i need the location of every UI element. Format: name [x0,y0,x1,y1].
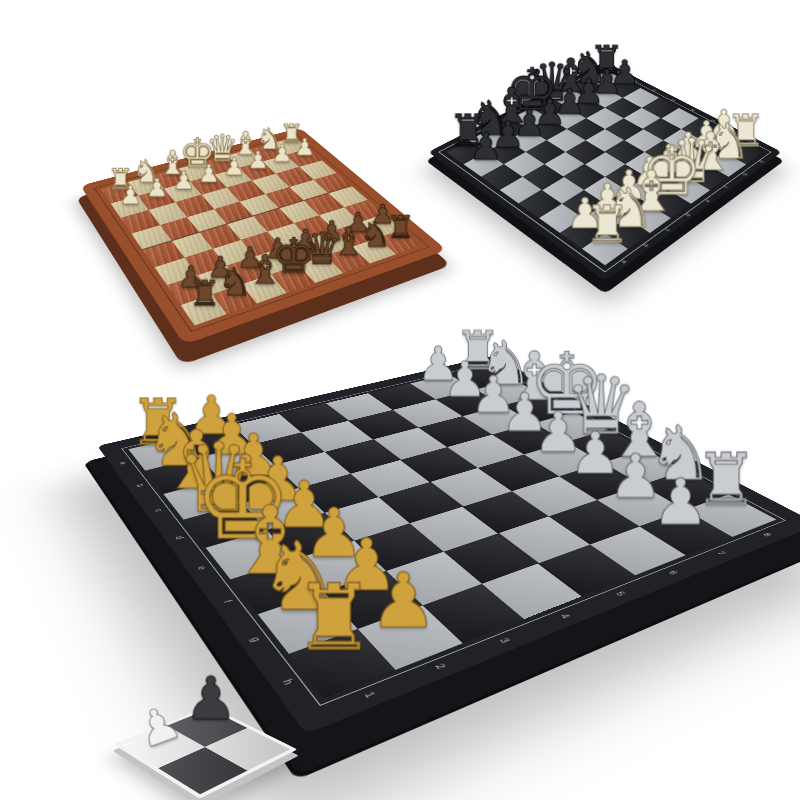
piece-silver-rook: ♜ [454,325,502,378]
square-r2c5 [512,476,597,516]
large-board-gold-vs-silver: ♜♞♝♚♛♝♞♜♟♟♟♟♟♟♟♟♟♟♟♟♟♟♟♟♜♞♝♛♚♝♞♜abcdefgh… [97,356,800,734]
piece-cream-rook: ♜ [280,121,304,147]
black-board-black-vs-ivory: ♜♞♝♚♛♝♞♜♟♟♟♟♟♟♟♟♟♟♟♟♟♟♟♟♜♞♝♚♛♝♞♜abcdefgh… [428,62,782,282]
piece-black-bishop: ♝ [489,81,533,130]
square-r6c4: ♟ [282,239,325,265]
piece-cream-queen: ♛ [206,130,239,166]
piece-silver-queen: ♛ [565,365,638,447]
piece-silver-bishop: ♝ [605,392,673,468]
folding-board-frame: ♟♟ [114,706,298,799]
piece-silver-pawn: ♟ [417,340,459,387]
folding-board-frame: ♜♞♝♚♛♝♞♜♟♟♟♟♟♟♟♟♟♟♟♟♟♟♟♟♜♞♝♚♛♝♞♜abcdefgh… [428,62,782,282]
piece-black-rook: ♜ [448,109,488,153]
square-r4c3 [227,216,268,240]
square-r6c5: ♟ [666,152,706,177]
squares-grid: ♜♞♝♚♛♝♞♜♟♟♟♟♟♟♟♟♟♟♟♟♟♟♟♟♜♞♝♚♛♝♞♜ [101,137,421,325]
magnet-demo-tile: ♟♟ [114,706,298,799]
piece-cream-rook: ♜ [107,165,133,194]
squares-grid: ♜♞♝♚♛♝♞♜♟♟♟♟♟♟♟♟♟♟♟♟♟♟♟♟♜♞♝♚♛♝♞♜ [447,70,764,266]
square-r4c5 [624,129,663,152]
squares-grid: ♜♞♝♚♛♝♞♜♟♟♟♟♟♟♟♟♟♟♟♟♟♟♟♟♜♞♝♛♚♝♞♜ [128,366,776,699]
piece-black-king: ♚ [506,61,559,120]
folding-board-frame: ♜♞♝♚♛♝♞♜♟♟♟♟♟♟♟♟♟♟♟♟♟♟♟♟♜♞♝♛♚♝♞♜abcdefgh… [97,356,800,734]
wooden-board: ♜♞♝♚♛♝♞♜♟♟♟♟♟♟♟♟♟♟♟♟♟♟♟♟♜♞♝♚♛♝♞♜ [80,128,446,345]
square-r0c0: ♜ [447,140,487,164]
piece-cream-knight: ♞ [133,155,161,186]
piece-cream-bishop: ♝ [158,147,187,180]
piece-gold-rook: ♜ [130,391,187,454]
squares-grid: ♟♟ [121,709,290,795]
square-r3c3 [214,201,253,224]
chess-sets-product-photo: ♜♞♝♚♛♝♞♜♟♟♟♟♟♟♟♟♟♟♟♟♟♟♟♟♜♞♝♛♚♝♞♜abcdefgh… [0,0,800,800]
folding-board-frame: ♜♞♝♚♛♝♞♜♟♟♟♟♟♟♟♟♟♟♟♟♟♟♟♟♜♞♝♚♛♝♞♜ [80,128,446,345]
piece-gold-pawn: ♟ [187,388,235,441]
piece-black-pawn: ♟ [184,670,237,729]
